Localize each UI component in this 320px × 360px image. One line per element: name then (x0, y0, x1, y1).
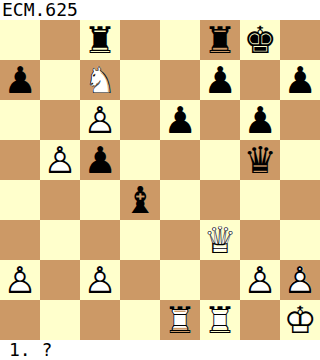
board-cell-b8[interactable] (40, 20, 80, 60)
board-cell-e1[interactable]: ♜♖ (160, 300, 200, 340)
black-pawn-piece: ♟ (200, 60, 240, 100)
board-cell-b7[interactable] (40, 60, 80, 100)
board-cell-c2[interactable]: ♟♙ (80, 260, 120, 300)
board-cell-g1[interactable] (240, 300, 280, 340)
black-pawn-piece: ♟ (0, 60, 40, 100)
board-cell-e6[interactable]: ♟ (160, 100, 200, 140)
board-cell-a5[interactable] (0, 140, 40, 180)
board-cell-b3[interactable] (40, 220, 80, 260)
black-king-piece: ♚ (240, 20, 280, 60)
board-cell-g7[interactable] (240, 60, 280, 100)
board-cell-a4[interactable] (0, 180, 40, 220)
board-cell-c7[interactable]: ♞♘ (80, 60, 120, 100)
board-cell-e8[interactable] (160, 20, 200, 60)
board-cell-f4[interactable] (200, 180, 240, 220)
diagram-title: ECM.625 (0, 0, 320, 20)
board-cell-g3[interactable] (240, 220, 280, 260)
board-cell-a6[interactable] (0, 100, 40, 140)
move-prompt: 1. ? (0, 340, 320, 360)
white-pawn-piece-fill: ♟ (40, 140, 80, 180)
board-cell-a7[interactable]: ♟ (0, 60, 40, 100)
black-queen-piece: ♛ (240, 140, 280, 180)
board-cell-e5[interactable] (160, 140, 200, 180)
board-cell-c4[interactable] (80, 180, 120, 220)
board-cell-g2[interactable]: ♟♙ (240, 260, 280, 300)
white-pawn-piece-fill: ♟ (280, 260, 320, 300)
white-pawn-piece: ♙ (40, 140, 80, 180)
board-cell-f5[interactable] (200, 140, 240, 180)
white-rook-piece: ♖ (200, 300, 240, 340)
black-pawn-piece: ♟ (280, 60, 320, 100)
board-cell-e7[interactable] (160, 60, 200, 100)
board-cell-f3[interactable]: ♛♕ (200, 220, 240, 260)
board-cell-h3[interactable] (280, 220, 320, 260)
board-cell-c5[interactable]: ♟ (80, 140, 120, 180)
board-cell-b1[interactable] (40, 300, 80, 340)
board-cell-d4[interactable]: ♝ (120, 180, 160, 220)
board-cell-e3[interactable] (160, 220, 200, 260)
white-pawn-piece-fill: ♟ (80, 260, 120, 300)
white-rook-piece-fill: ♜ (200, 300, 240, 340)
white-pawn-piece-fill: ♟ (80, 100, 120, 140)
white-queen-piece-fill: ♛ (200, 220, 240, 260)
board-cell-c3[interactable] (80, 220, 120, 260)
white-rook-piece: ♖ (160, 300, 200, 340)
board-cell-c6[interactable]: ♟♙ (80, 100, 120, 140)
board-cell-h1[interactable]: ♚♔ (280, 300, 320, 340)
white-knight-piece-fill: ♞ (80, 60, 120, 100)
board-cell-f6[interactable] (200, 100, 240, 140)
board-cell-a3[interactable] (0, 220, 40, 260)
board-cell-e2[interactable] (160, 260, 200, 300)
board-cell-f1[interactable]: ♜♖ (200, 300, 240, 340)
board-cell-b2[interactable] (40, 260, 80, 300)
board-cell-b5[interactable]: ♟♙ (40, 140, 80, 180)
board-cell-h8[interactable] (280, 20, 320, 60)
chess-board: ♜♜♚♟♞♘♟♟♟♙♟♟♟♙♟♛♝♛♕♟♙♟♙♟♙♟♙♜♖♜♖♚♔ (0, 20, 320, 340)
black-rook-piece: ♜ (200, 20, 240, 60)
black-bishop-piece: ♝ (120, 180, 160, 220)
board-cell-g6[interactable]: ♟ (240, 100, 280, 140)
white-pawn-piece-fill: ♟ (240, 260, 280, 300)
white-pawn-piece: ♙ (80, 260, 120, 300)
board-cell-d1[interactable] (120, 300, 160, 340)
chess-app-window: ECM.625 ♜♜♚♟♞♘♟♟♟♙♟♟♟♙♟♛♝♛♕♟♙♟♙♟♙♟♙♜♖♜♖♚… (0, 0, 320, 360)
board-cell-h4[interactable] (280, 180, 320, 220)
board-cell-d8[interactable] (120, 20, 160, 60)
board-cell-g8[interactable]: ♚ (240, 20, 280, 60)
board-cell-g4[interactable] (240, 180, 280, 220)
board-cell-h5[interactable] (280, 140, 320, 180)
white-queen-piece: ♕ (200, 220, 240, 260)
white-king-piece: ♔ (280, 300, 320, 340)
white-rook-piece-fill: ♜ (160, 300, 200, 340)
black-pawn-piece: ♟ (240, 100, 280, 140)
white-pawn-piece: ♙ (280, 260, 320, 300)
board-cell-d2[interactable] (120, 260, 160, 300)
board-cell-a2[interactable]: ♟♙ (0, 260, 40, 300)
board-cell-f2[interactable] (200, 260, 240, 300)
board-cell-d3[interactable] (120, 220, 160, 260)
board-cell-d5[interactable] (120, 140, 160, 180)
white-pawn-piece: ♙ (80, 100, 120, 140)
board-cell-a1[interactable] (0, 300, 40, 340)
board-cell-e4[interactable] (160, 180, 200, 220)
board-cell-h7[interactable]: ♟ (280, 60, 320, 100)
board-cell-f8[interactable]: ♜ (200, 20, 240, 60)
white-pawn-piece: ♙ (0, 260, 40, 300)
white-pawn-piece: ♙ (240, 260, 280, 300)
board-cell-h6[interactable] (280, 100, 320, 140)
board-cell-f7[interactable]: ♟ (200, 60, 240, 100)
black-pawn-piece: ♟ (80, 140, 120, 180)
board-cell-b4[interactable] (40, 180, 80, 220)
black-pawn-piece: ♟ (160, 100, 200, 140)
board-cell-a8[interactable] (0, 20, 40, 60)
board-cell-c8[interactable]: ♜ (80, 20, 120, 60)
board-cell-b6[interactable] (40, 100, 80, 140)
board-cell-h2[interactable]: ♟♙ (280, 260, 320, 300)
board-cell-c1[interactable] (80, 300, 120, 340)
board-cell-g5[interactable]: ♛ (240, 140, 280, 180)
black-rook-piece: ♜ (80, 20, 120, 60)
board-cell-d6[interactable] (120, 100, 160, 140)
white-pawn-piece-fill: ♟ (0, 260, 40, 300)
board-cell-d7[interactable] (120, 60, 160, 100)
white-knight-piece: ♘ (80, 60, 120, 100)
white-king-piece-fill: ♚ (280, 300, 320, 340)
